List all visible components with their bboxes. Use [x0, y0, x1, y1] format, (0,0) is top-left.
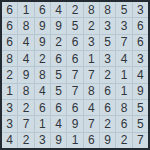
grid-cell-r9c2[interactable]: 2: [18, 133, 33, 148]
grid-cell-r6c1[interactable]: 1: [2, 84, 17, 99]
grid-cell-r6c9[interactable]: 9: [133, 84, 148, 99]
grid-cell-r9c7[interactable]: 9: [100, 133, 115, 148]
grid-cell-r1c1[interactable]: 6: [2, 2, 17, 17]
grid-cell-r7c6[interactable]: 4: [84, 100, 99, 115]
grid-cell-r1c7[interactable]: 8: [100, 2, 115, 17]
grid-cell-r3c7[interactable]: 5: [100, 35, 115, 50]
grid-cell-r6c6[interactable]: 8: [84, 84, 99, 99]
grid-cell-r8c3[interactable]: 1: [35, 116, 50, 131]
grid-cell-r6c4[interactable]: 5: [51, 84, 66, 99]
grid-cell-r7c8[interactable]: 8: [116, 100, 131, 115]
grid-cell-r7c5[interactable]: 6: [67, 100, 82, 115]
number-grid-board: 6164288536899523366492635768426613432985…: [0, 0, 150, 150]
grid-cell-r4c1[interactable]: 8: [2, 51, 17, 66]
grid-cell-r3c5[interactable]: 6: [67, 35, 82, 50]
grid-cell-r2c7[interactable]: 3: [100, 18, 115, 33]
grid-cell-r5c4[interactable]: 5: [51, 67, 66, 82]
grid-cell-r3c8[interactable]: 7: [116, 35, 131, 50]
grid-cell-r2c8[interactable]: 3: [116, 18, 131, 33]
grid-cell-r6c2[interactable]: 8: [18, 84, 33, 99]
grid-cell-r6c5[interactable]: 7: [67, 84, 82, 99]
grid-cell-r6c8[interactable]: 1: [116, 84, 131, 99]
grid-cell-r8c2[interactable]: 7: [18, 116, 33, 131]
grid-cell-r1c4[interactable]: 4: [51, 2, 66, 17]
grid-cell-r4c2[interactable]: 4: [18, 51, 33, 66]
grid-cell-r5c3[interactable]: 8: [35, 67, 50, 82]
grid-cell-r4c3[interactable]: 2: [35, 51, 50, 66]
grid-cell-r8c8[interactable]: 6: [116, 116, 131, 131]
grid-cell-r4c5[interactable]: 6: [67, 51, 82, 66]
grid-cell-r1c2[interactable]: 1: [18, 2, 33, 17]
grid-cell-r2c9[interactable]: 6: [133, 18, 148, 33]
grid-cell-r1c8[interactable]: 5: [116, 2, 131, 17]
grid-cell-r2c5[interactable]: 5: [67, 18, 82, 33]
grid-cell-r9c9[interactable]: 7: [133, 133, 148, 148]
grid-cell-r3c3[interactable]: 9: [35, 35, 50, 50]
grid-cell-r1c9[interactable]: 3: [133, 2, 148, 17]
grid-cell-r5c1[interactable]: 2: [2, 67, 17, 82]
grid-cell-r3c4[interactable]: 2: [51, 35, 66, 50]
grid-cell-r7c9[interactable]: 5: [133, 100, 148, 115]
grid-cell-r4c4[interactable]: 6: [51, 51, 66, 66]
grid-cell-r7c7[interactable]: 6: [100, 100, 115, 115]
grid-cell-r9c5[interactable]: 1: [67, 133, 82, 148]
grid-cell-r4c6[interactable]: 1: [84, 51, 99, 66]
grid-cell-r3c9[interactable]: 6: [133, 35, 148, 50]
grid-cell-r8c1[interactable]: 3: [2, 116, 17, 131]
grid-cell-r3c6[interactable]: 3: [84, 35, 99, 50]
grid-cell-r8c7[interactable]: 2: [100, 116, 115, 131]
grid-cell-r2c2[interactable]: 8: [18, 18, 33, 33]
grid-cell-r9c1[interactable]: 4: [2, 133, 17, 148]
grid-cell-r9c8[interactable]: 2: [116, 133, 131, 148]
grid-cell-r4c9[interactable]: 3: [133, 51, 148, 66]
grid-cell-r8c5[interactable]: 9: [67, 116, 82, 131]
grid-cell-r6c7[interactable]: 6: [100, 84, 115, 99]
grid-cell-r1c6[interactable]: 8: [84, 2, 99, 17]
grid-cell-r1c3[interactable]: 6: [35, 2, 50, 17]
grid-cell-r5c5[interactable]: 7: [67, 67, 82, 82]
grid-cell-r2c6[interactable]: 2: [84, 18, 99, 33]
grid-cell-r5c8[interactable]: 1: [116, 67, 131, 82]
grid-cell-r6c3[interactable]: 4: [35, 84, 50, 99]
grid-cell-r5c9[interactable]: 4: [133, 67, 148, 82]
grid-cell-r9c6[interactable]: 6: [84, 133, 99, 148]
grid-cell-r8c6[interactable]: 7: [84, 116, 99, 131]
grid-cell-r1c5[interactable]: 2: [67, 2, 82, 17]
grid-cell-r2c4[interactable]: 9: [51, 18, 66, 33]
grid-cell-r4c7[interactable]: 3: [100, 51, 115, 66]
grid-cell-r9c4[interactable]: 9: [51, 133, 66, 148]
grid-cell-r7c4[interactable]: 6: [51, 100, 66, 115]
grid-cell-r9c3[interactable]: 3: [35, 133, 50, 148]
grid-cell-r8c4[interactable]: 4: [51, 116, 66, 131]
grid-cell-r5c6[interactable]: 7: [84, 67, 99, 82]
grid-cell-r3c2[interactable]: 4: [18, 35, 33, 50]
grid-cell-r2c3[interactable]: 9: [35, 18, 50, 33]
grid-cell-r3c1[interactable]: 6: [2, 35, 17, 50]
grid-cell-r7c3[interactable]: 6: [35, 100, 50, 115]
grid-cell-r7c1[interactable]: 3: [2, 100, 17, 115]
grid-cell-r7c2[interactable]: 2: [18, 100, 33, 115]
grid-cell-r5c2[interactable]: 9: [18, 67, 33, 82]
grid-cell-r2c1[interactable]: 6: [2, 18, 17, 33]
grid-cell-r5c7[interactable]: 2: [100, 67, 115, 82]
grid-cell-r4c8[interactable]: 4: [116, 51, 131, 66]
grid-cell-r8c9[interactable]: 5: [133, 116, 148, 131]
